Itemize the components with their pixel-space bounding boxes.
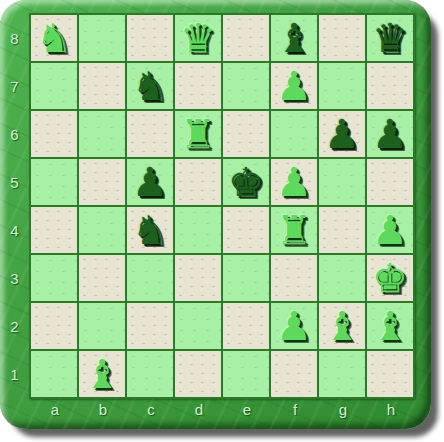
rank-label-7: 7 bbox=[0, 63, 29, 111]
rank-label-1: 1 bbox=[0, 351, 29, 399]
piece-black-pawn[interactable]: ♟ bbox=[372, 111, 408, 157]
square-d7[interactable] bbox=[175, 63, 221, 109]
rank-label-3: 3 bbox=[0, 255, 29, 303]
square-b3[interactable] bbox=[79, 255, 125, 301]
square-g4[interactable] bbox=[319, 207, 365, 253]
piece-white-rook[interactable]: ♜ bbox=[276, 207, 312, 253]
file-label-g: g bbox=[319, 401, 367, 418]
file-label-f: f bbox=[271, 401, 319, 418]
piece-black-queen[interactable]: ♛ bbox=[372, 15, 408, 61]
square-h4[interactable]: ♟ bbox=[367, 207, 413, 253]
square-e4[interactable] bbox=[223, 207, 269, 253]
square-g7[interactable] bbox=[319, 63, 365, 109]
square-h1[interactable] bbox=[367, 351, 413, 397]
square-b8[interactable] bbox=[79, 15, 125, 61]
square-e2[interactable] bbox=[223, 303, 269, 349]
square-e1[interactable] bbox=[223, 351, 269, 397]
square-d6[interactable]: ♜ bbox=[175, 111, 221, 157]
square-c2[interactable] bbox=[127, 303, 173, 349]
square-b7[interactable] bbox=[79, 63, 125, 109]
square-b1[interactable]: ♝ bbox=[79, 351, 125, 397]
piece-white-pawn[interactable]: ♟ bbox=[276, 303, 312, 349]
piece-black-knight[interactable]: ♞ bbox=[132, 207, 168, 253]
square-g3[interactable] bbox=[319, 255, 365, 301]
square-b2[interactable] bbox=[79, 303, 125, 349]
square-a8[interactable]: ♞ bbox=[31, 15, 77, 61]
file-labels: abcdefgh bbox=[31, 401, 415, 418]
square-h5[interactable] bbox=[367, 159, 413, 205]
square-a7[interactable] bbox=[31, 63, 77, 109]
square-d2[interactable] bbox=[175, 303, 221, 349]
square-f8[interactable]: ♝ bbox=[271, 15, 317, 61]
square-a5[interactable] bbox=[31, 159, 77, 205]
square-c7[interactable]: ♞ bbox=[127, 63, 173, 109]
square-c1[interactable] bbox=[127, 351, 173, 397]
piece-black-bishop[interactable]: ♝ bbox=[276, 15, 312, 61]
square-f6[interactable] bbox=[271, 111, 317, 157]
file-label-a: a bbox=[31, 401, 79, 418]
square-a4[interactable] bbox=[31, 207, 77, 253]
square-d4[interactable] bbox=[175, 207, 221, 253]
rank-label-5: 5 bbox=[0, 159, 29, 207]
rank-labels: 87654321 bbox=[0, 15, 29, 399]
square-a6[interactable] bbox=[31, 111, 77, 157]
square-g8[interactable] bbox=[319, 15, 365, 61]
square-h2[interactable]: ♝ bbox=[367, 303, 413, 349]
square-h7[interactable] bbox=[367, 63, 413, 109]
square-b5[interactable] bbox=[79, 159, 125, 205]
piece-white-pawn[interactable]: ♟ bbox=[276, 159, 312, 205]
piece-black-king[interactable]: ♚ bbox=[228, 159, 264, 205]
piece-black-pawn[interactable]: ♟ bbox=[132, 159, 168, 205]
square-c6[interactable] bbox=[127, 111, 173, 157]
square-c5[interactable]: ♟ bbox=[127, 159, 173, 205]
square-g2[interactable]: ♝ bbox=[319, 303, 365, 349]
file-label-e: e bbox=[223, 401, 271, 418]
square-f7[interactable]: ♟ bbox=[271, 63, 317, 109]
square-b4[interactable] bbox=[79, 207, 125, 253]
square-c8[interactable] bbox=[127, 15, 173, 61]
square-e6[interactable] bbox=[223, 111, 269, 157]
square-h3[interactable]: ♚ bbox=[367, 255, 413, 301]
square-e5[interactable]: ♚ bbox=[223, 159, 269, 205]
square-c4[interactable]: ♞ bbox=[127, 207, 173, 253]
square-f3[interactable] bbox=[271, 255, 317, 301]
piece-white-bishop[interactable]: ♝ bbox=[324, 303, 360, 349]
square-a3[interactable] bbox=[31, 255, 77, 301]
square-e7[interactable] bbox=[223, 63, 269, 109]
board-frame: 87654321 abcdefgh ♞♛♝♛♞♟♜♟♟♟♚♟♞♜♟♚♟♝♝♝ bbox=[0, 0, 431, 429]
piece-white-bishop[interactable]: ♝ bbox=[372, 303, 408, 349]
rank-label-4: 4 bbox=[0, 207, 29, 255]
square-f1[interactable] bbox=[271, 351, 317, 397]
square-h6[interactable]: ♟ bbox=[367, 111, 413, 157]
chess-board: ♞♛♝♛♞♟♜♟♟♟♚♟♞♜♟♚♟♝♝♝ bbox=[29, 13, 415, 399]
square-g1[interactable] bbox=[319, 351, 365, 397]
square-e3[interactable] bbox=[223, 255, 269, 301]
file-label-c: c bbox=[127, 401, 175, 418]
piece-white-pawn[interactable]: ♟ bbox=[276, 63, 312, 109]
square-d1[interactable] bbox=[175, 351, 221, 397]
square-g6[interactable]: ♟ bbox=[319, 111, 365, 157]
piece-white-bishop[interactable]: ♝ bbox=[84, 351, 120, 397]
piece-white-pawn[interactable]: ♟ bbox=[372, 207, 408, 253]
rank-label-8: 8 bbox=[0, 15, 29, 63]
piece-black-knight[interactable]: ♞ bbox=[132, 63, 168, 109]
piece-white-rook[interactable]: ♜ bbox=[180, 111, 216, 157]
rank-label-6: 6 bbox=[0, 111, 29, 159]
square-c3[interactable] bbox=[127, 255, 173, 301]
file-label-h: h bbox=[367, 401, 415, 418]
piece-white-queen[interactable]: ♛ bbox=[180, 15, 216, 61]
square-f5[interactable]: ♟ bbox=[271, 159, 317, 205]
rank-label-2: 2 bbox=[0, 303, 29, 351]
square-a2[interactable] bbox=[31, 303, 77, 349]
square-b6[interactable] bbox=[79, 111, 125, 157]
piece-white-knight[interactable]: ♞ bbox=[36, 15, 72, 61]
square-f2[interactable]: ♟ bbox=[271, 303, 317, 349]
piece-white-king[interactable]: ♚ bbox=[372, 255, 408, 301]
square-a1[interactable] bbox=[31, 351, 77, 397]
square-f4[interactable]: ♜ bbox=[271, 207, 317, 253]
file-label-b: b bbox=[79, 401, 127, 418]
square-d5[interactable] bbox=[175, 159, 221, 205]
piece-black-pawn[interactable]: ♟ bbox=[324, 111, 360, 157]
file-label-d: d bbox=[175, 401, 223, 418]
square-d8[interactable]: ♛ bbox=[175, 15, 221, 61]
square-d3[interactable] bbox=[175, 255, 221, 301]
square-e8[interactable] bbox=[223, 15, 269, 61]
square-g5[interactable] bbox=[319, 159, 365, 205]
square-h8[interactable]: ♛ bbox=[367, 15, 413, 61]
